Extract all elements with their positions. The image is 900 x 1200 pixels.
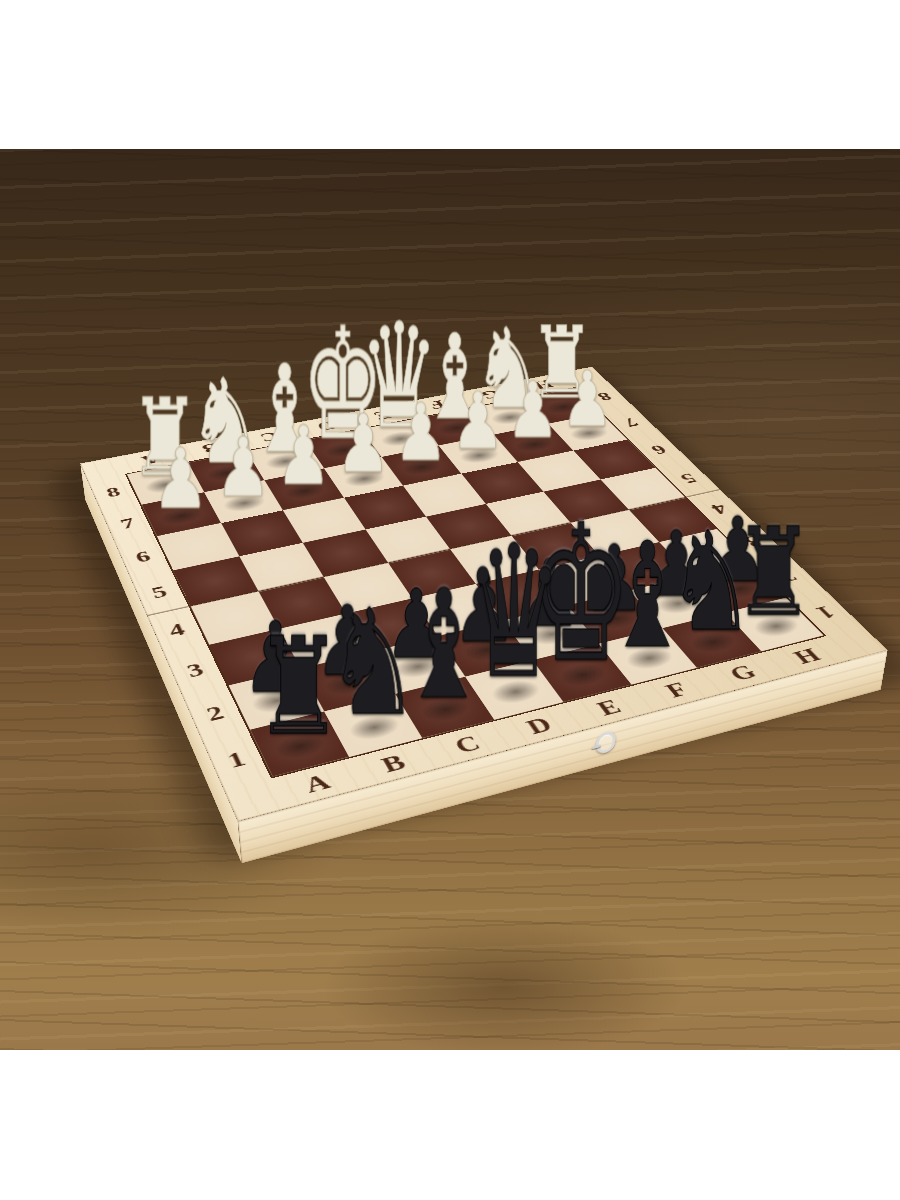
table-surface: 87654321 87654321 ABCDEFGH ABCDEFGH ♜♞♝♚… (0, 149, 900, 1050)
metal-clasp (595, 730, 616, 756)
chess-board: 87654321 87654321 ABCDEFGH ABCDEFGH ♜♞♝♚… (80, 367, 888, 822)
square-a7: ♟ (142, 492, 221, 536)
black-rook-icon: ♜ (254, 620, 343, 754)
screenshot: 87654321 87654321 ABCDEFGH ABCDEFGH ♜♞♝♚… (0, 0, 900, 1200)
